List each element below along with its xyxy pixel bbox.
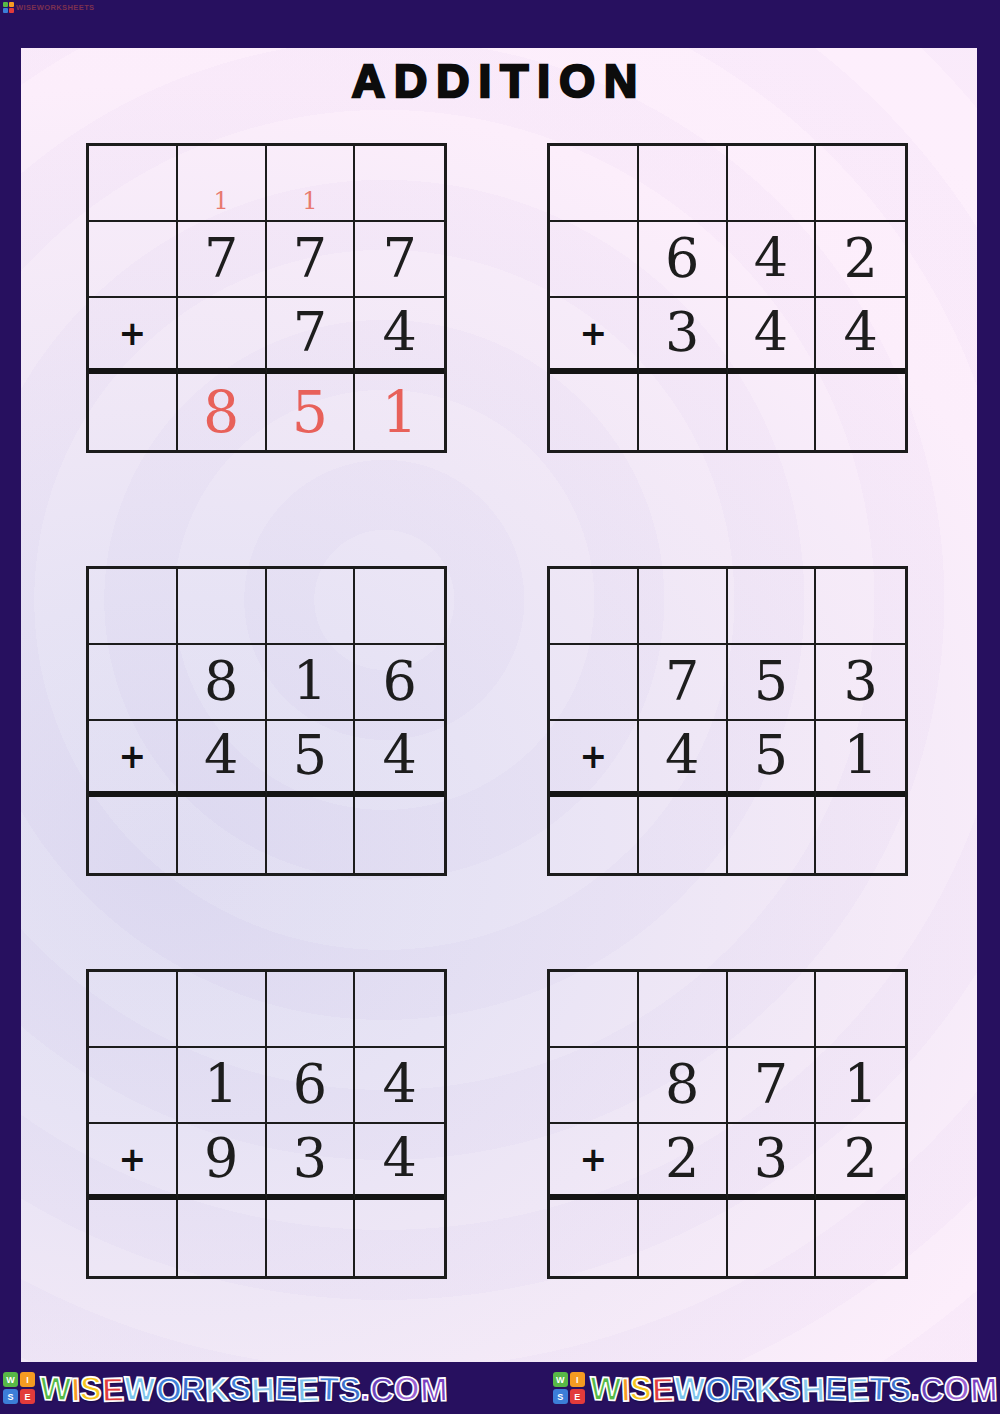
top-digit: 6: [293, 1058, 327, 1112]
banner-letter: S: [338, 1372, 361, 1406]
top-digit: 2: [843, 232, 877, 286]
bottom-digit: 7: [293, 306, 327, 360]
plus-sign: +: [580, 1143, 608, 1176]
top-cell-r1c3: 4: [355, 1048, 444, 1124]
top-watermark: WISEWORKSHEETS: [3, 2, 95, 13]
top-cell-r1c0: [550, 645, 639, 721]
carry-cell-r0c2[interactable]: [728, 569, 817, 645]
answer-cell-r3c3[interactable]: 1: [355, 374, 444, 450]
wiseworksheets-mini-logo-icon: [3, 2, 14, 13]
top-cell-r1c1: 7: [178, 222, 267, 298]
top-cell-r1c2: 5: [728, 645, 817, 721]
carry-cell-r0c3[interactable]: [816, 972, 905, 1048]
carry-cell-r0c0[interactable]: [550, 569, 639, 645]
top-cell-r1c1: 8: [639, 1048, 728, 1124]
carry-cell-r0c2[interactable]: [728, 146, 817, 222]
bottom-cell-r2c3: 4: [355, 298, 444, 374]
banner-letter: C: [919, 1372, 944, 1406]
banner-letter: S: [888, 1372, 911, 1406]
top-cell-r1c1: 6: [639, 222, 728, 298]
bottom-digit: 4: [382, 306, 416, 360]
bottom-cell-r2c1: 2: [639, 1124, 728, 1200]
bottom-digit: 1: [843, 729, 877, 783]
carry-cell-r0c1[interactable]: [178, 972, 267, 1048]
answer-cell-r3c2[interactable]: [267, 797, 356, 873]
answer-cell-r3c0[interactable]: [550, 374, 639, 450]
top-cell-r1c3: 1: [816, 1048, 905, 1124]
banner-letter: K: [754, 1372, 779, 1406]
answer-cell-r3c3[interactable]: [355, 797, 444, 873]
answer-cell-r3c1[interactable]: 8: [178, 374, 267, 450]
bottom-cell-r2c3: 4: [355, 721, 444, 797]
answer-cell-r3c2[interactable]: [728, 1200, 817, 1276]
carry-cell-r0c2[interactable]: [267, 569, 356, 645]
carry-cell-r0c1[interactable]: [178, 569, 267, 645]
bottom-cell-r2c2: 5: [267, 721, 356, 797]
bottom-digit: 5: [293, 729, 327, 783]
answer-cell-r3c0[interactable]: [89, 797, 178, 873]
top-cell-r1c2: 4: [728, 222, 817, 298]
bottom-cell-r2c2: 3: [728, 1124, 817, 1200]
top-digit: 7: [754, 1058, 788, 1112]
banner-letter: E: [102, 1372, 125, 1406]
bottom-digit: 5: [754, 729, 788, 783]
plus-sign: +: [580, 317, 608, 350]
carry-digit: 1: [213, 189, 228, 213]
answer-cell-r3c1[interactable]: [178, 797, 267, 873]
top-cell-r1c0: [550, 1048, 639, 1124]
carry-cell-r0c1[interactable]: [639, 972, 728, 1048]
plus-sign: +: [119, 740, 147, 773]
banner-letter: S: [228, 1371, 251, 1405]
plus-sign: +: [119, 317, 147, 350]
banner-letter: K: [204, 1372, 229, 1406]
answer-cell-r3c2[interactable]: 5: [267, 374, 356, 450]
bottom-digit: 3: [754, 1132, 788, 1186]
banner-letter: E: [824, 1371, 847, 1405]
wiseworksheets-wordmark: WISEWISEWORKSHEETS.COM: [3, 1372, 447, 1405]
banner-letter: W: [589, 1371, 621, 1405]
addition-grid-1: 11777+74851: [86, 143, 447, 453]
bottom-digit: 4: [754, 306, 788, 360]
wiseworksheets-wordmark: WISEWISEWORKSHEETS.COM: [553, 1372, 997, 1405]
bottom-cell-r2c0: +: [89, 721, 178, 797]
top-digit: 1: [204, 1058, 238, 1112]
banner-letter: H: [800, 1372, 825, 1406]
top-digit: 7: [382, 232, 416, 286]
top-digit: 1: [293, 655, 327, 709]
worksheet-page: WISEWORKSHEETS ADDITION 11777+74851 642+…: [0, 0, 1000, 1414]
answer-cell-r3c2[interactable]: [267, 1200, 356, 1276]
bottom-cell-r2c1: 4: [178, 721, 267, 797]
carry-cell-r0c1[interactable]: 1: [178, 146, 267, 222]
plus-sign: +: [119, 1143, 147, 1176]
bottom-digit: 2: [843, 1132, 877, 1186]
answer-cell-r3c2[interactable]: [728, 374, 817, 450]
bottom-digit: 4: [382, 1132, 416, 1186]
addition-grid-4: 753+451: [547, 566, 908, 876]
carry-digit: 1: [302, 189, 317, 213]
banner-letter: O: [393, 1371, 420, 1405]
banner-letter: W: [674, 1371, 706, 1405]
banner-letter: E: [274, 1371, 297, 1405]
top-cell-r1c1: 7: [639, 645, 728, 721]
addition-grid-2: 642+344: [547, 143, 908, 453]
top-cell-r1c1: 8: [178, 645, 267, 721]
carry-cell-r0c0[interactable]: [550, 146, 639, 222]
addition-grid-3: 816+454: [86, 566, 447, 876]
top-digit: 6: [665, 232, 699, 286]
answer-digit: 8: [203, 384, 239, 441]
bottom-cell-r2c1: 9: [178, 1124, 267, 1200]
answer-cell-r3c1[interactable]: [639, 374, 728, 450]
carry-cell-r0c0[interactable]: [89, 146, 178, 222]
watermark-text: WISEWORKSHEETS: [16, 3, 95, 12]
bottom-cell-r2c3: 4: [816, 298, 905, 374]
carry-cell-r0c3[interactable]: [355, 569, 444, 645]
wiseworksheets-logo-icon: WISE: [3, 1372, 35, 1404]
top-digit: 5: [754, 655, 788, 709]
banner-letter: E: [296, 1372, 319, 1406]
answer-cell-r3c0[interactable]: [550, 797, 639, 873]
bottom-digit: 3: [293, 1132, 327, 1186]
top-cell-r1c2: 1: [267, 645, 356, 721]
top-digit: 7: [665, 655, 699, 709]
carry-cell-r0c0[interactable]: [550, 972, 639, 1048]
answer-cell-r3c3[interactable]: [816, 797, 905, 873]
carry-cell-r0c1[interactable]: [639, 569, 728, 645]
carry-cell-r0c2[interactable]: [267, 972, 356, 1048]
banner-letter: O: [705, 1372, 732, 1406]
banner-letter: H: [250, 1372, 275, 1406]
top-cell-r1c3: 2: [816, 222, 905, 298]
top-cell-r1c3: 3: [816, 645, 905, 721]
worksheet-sheet: ADDITION 11777+74851 642+344 816+454 753…: [21, 48, 977, 1362]
bottom-digit: 9: [204, 1132, 238, 1186]
banner-letter: M: [969, 1372, 998, 1406]
top-cell-r1c2: 7: [728, 1048, 817, 1124]
top-cell-r1c3: 7: [355, 222, 444, 298]
top-digit: 3: [843, 655, 877, 709]
answer-cell-r3c1[interactable]: [639, 1200, 728, 1276]
footer-brand-banner: WISEWISEWORKSHEETS.COMWISEWISEWORKSHEETS…: [0, 1362, 1000, 1414]
top-cell-r1c0: [550, 222, 639, 298]
bottom-digit: 3: [665, 306, 699, 360]
top-digit: 8: [204, 655, 238, 709]
banner-letter: W: [39, 1371, 71, 1405]
top-cell-r1c2: 6: [267, 1048, 356, 1124]
answer-cell-r3c1[interactable]: [178, 1200, 267, 1276]
bottom-cell-r2c2: 5: [728, 721, 817, 797]
top-digit: 4: [754, 232, 788, 286]
top-digit: 6: [382, 655, 416, 709]
answer-digit: 5: [292, 384, 328, 441]
wiseworksheets-logo-icon: WISE: [553, 1372, 585, 1404]
bottom-digit: 4: [204, 729, 238, 783]
answer-cell-r3c1[interactable]: [639, 797, 728, 873]
top-digit: 4: [382, 1058, 416, 1112]
bottom-cell-r2c3: 1: [816, 721, 905, 797]
answer-cell-r3c0[interactable]: [89, 374, 178, 450]
top-cell-r1c1: 1: [178, 1048, 267, 1124]
banner-letter: S: [80, 1371, 103, 1405]
bottom-cell-r2c2: 3: [267, 1124, 356, 1200]
top-digit: 8: [665, 1058, 699, 1112]
answer-digit: 1: [381, 384, 417, 441]
banner-letter: O: [943, 1371, 970, 1405]
bottom-cell-r2c1: [178, 298, 267, 374]
banner-letter: T: [868, 1371, 889, 1405]
answer-cell-r3c0[interactable]: [550, 1200, 639, 1276]
bottom-cell-r2c0: +: [550, 298, 639, 374]
bottom-digit: 4: [843, 306, 877, 360]
carry-cell-r0c3[interactable]: [816, 569, 905, 645]
answer-cell-r3c2[interactable]: [728, 797, 817, 873]
bottom-digit: 4: [382, 729, 416, 783]
bottom-digit: 4: [665, 729, 699, 783]
top-cell-r1c3: 6: [355, 645, 444, 721]
banner-letter: S: [630, 1371, 653, 1405]
answer-cell-r3c3[interactable]: [816, 1200, 905, 1276]
plus-sign: +: [580, 740, 608, 773]
bottom-cell-r2c0: +: [550, 721, 639, 797]
bottom-cell-r2c0: +: [89, 1124, 178, 1200]
top-cell-r1c2: 7: [267, 222, 356, 298]
carry-cell-r0c1[interactable]: [639, 146, 728, 222]
banner-letter: O: [155, 1372, 182, 1406]
addition-grid-5: 164+934: [86, 969, 447, 1279]
top-digit: 1: [843, 1058, 877, 1112]
carry-cell-r0c2[interactable]: [728, 972, 817, 1048]
banner-letter: R: [181, 1371, 206, 1405]
bottom-cell-r2c0: +: [89, 298, 178, 374]
bottom-cell-r2c1: 3: [639, 298, 728, 374]
banner-letter: E: [652, 1372, 675, 1406]
banner-letter: T: [318, 1371, 339, 1405]
top-cell-r1c0: [89, 645, 178, 721]
banner-letter: M: [419, 1372, 448, 1406]
answer-cell-r3c3[interactable]: [816, 374, 905, 450]
banner-letter: R: [730, 1371, 755, 1405]
top-cell-r1c0: [89, 222, 178, 298]
bottom-cell-r2c0: +: [550, 1124, 639, 1200]
banner-letter: S: [778, 1371, 801, 1405]
carry-cell-r0c0[interactable]: [89, 972, 178, 1048]
carry-cell-r0c2[interactable]: 1: [267, 146, 356, 222]
bottom-cell-r2c3: 2: [816, 1124, 905, 1200]
carry-cell-r0c3[interactable]: [355, 972, 444, 1048]
banner-letter: C: [370, 1372, 395, 1406]
top-digit: 7: [293, 232, 327, 286]
addition-grid-6: 871+232: [547, 969, 908, 1279]
top-digit: 7: [204, 232, 238, 286]
carry-cell-r0c0[interactable]: [89, 569, 178, 645]
bottom-digit: 2: [665, 1132, 699, 1186]
banner-letter: W: [124, 1371, 156, 1405]
bottom-cell-r2c1: 4: [639, 721, 728, 797]
top-cell-r1c0: [89, 1048, 178, 1124]
page-title: ADDITION: [21, 54, 977, 108]
answer-cell-r3c0[interactable]: [89, 1200, 178, 1276]
bottom-cell-r2c3: 4: [355, 1124, 444, 1200]
bottom-cell-r2c2: 4: [728, 298, 817, 374]
bottom-cell-r2c2: 7: [267, 298, 356, 374]
carry-cell-r0c3[interactable]: [816, 146, 905, 222]
answer-cell-r3c3[interactable]: [355, 1200, 444, 1276]
banner-letter: E: [846, 1372, 869, 1406]
carry-cell-r0c3[interactable]: [355, 146, 444, 222]
